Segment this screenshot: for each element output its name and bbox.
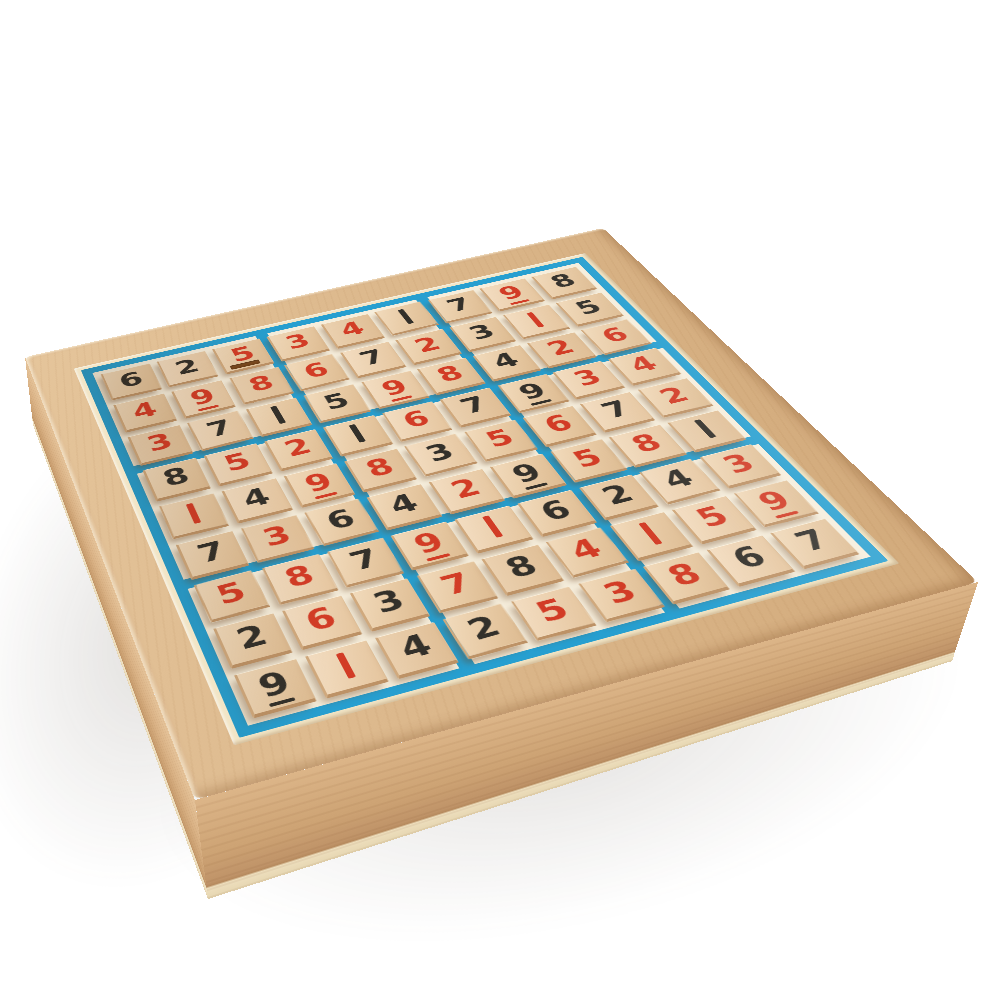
tile-r8c5[interactable]: 8 — [481, 545, 564, 597]
tile-digit: 6 — [116, 369, 146, 391]
tile-digit: 4 — [564, 535, 607, 565]
tile-digit: 1 — [685, 416, 726, 441]
tile-digit: 8 — [546, 271, 580, 290]
tile-digit: 9 — [507, 460, 547, 486]
tile-digit: 3 — [421, 440, 459, 465]
tile-digit: 1 — [340, 421, 376, 445]
tile-digit: 5 — [320, 390, 354, 413]
tile-digit: 5 — [212, 577, 250, 608]
tile-digit: 4 — [488, 350, 524, 372]
tile-digit: 5 — [567, 445, 607, 471]
tile-digit: 7 — [442, 295, 475, 315]
tile-digit: 4 — [394, 630, 437, 664]
tile-digit: 2 — [654, 384, 694, 408]
tile-digit: 2 — [172, 356, 203, 378]
tile-digit: 2 — [280, 435, 315, 460]
tile-digit: 4 — [129, 399, 160, 422]
tile-digit: 6 — [301, 603, 341, 635]
tile-digit: 2 — [597, 481, 639, 508]
tile-digit: 7 — [789, 526, 836, 556]
tile-r8c1[interactable]: 2 — [213, 613, 293, 669]
tile-digit: 4 — [384, 490, 422, 517]
tile-digit: 5 — [220, 450, 254, 475]
tile-digit: 9 — [187, 386, 219, 409]
tile-digit: 9 — [752, 487, 797, 515]
tile-digit: 6 — [539, 412, 578, 436]
tile-digit: 9 — [254, 667, 295, 702]
tile-digit: 3 — [282, 331, 314, 352]
tile-digit: 6 — [535, 497, 576, 525]
tile-digit: 1 — [176, 500, 211, 527]
tile-digit: 9 — [495, 283, 529, 302]
tile-digit: 8 — [500, 552, 543, 582]
tile-digit: 5 — [691, 503, 735, 532]
tile-r9c1[interactable]: 9 — [234, 659, 317, 719]
tile-digit: 6 — [300, 359, 333, 381]
tile-digit: 9 — [409, 528, 449, 557]
tile-digit: 6 — [321, 505, 359, 533]
tile-digit: 3 — [144, 431, 177, 455]
tile-digit: 6 — [596, 324, 633, 345]
tile-digit: 6 — [726, 543, 773, 573]
tile-digit: 8 — [159, 464, 193, 490]
tile-digit: 4 — [336, 319, 368, 339]
tile-digit: 1 — [518, 309, 553, 329]
tile-digit: 1 — [628, 519, 672, 548]
tile-digit: 4 — [624, 353, 662, 375]
tile-digit: 1 — [262, 403, 296, 427]
tile-digit: 7 — [194, 538, 230, 567]
tile-digit: 3 — [569, 367, 607, 390]
tile-digit: 8 — [280, 561, 319, 591]
tile-r5c5[interactable]: 3 — [404, 433, 478, 476]
tile-digit: 5 — [481, 426, 519, 451]
tile-digit: 1 — [325, 649, 367, 683]
tile-digit: 3 — [465, 322, 500, 343]
tile-digit: 8 — [433, 363, 468, 385]
tile-digit: 8 — [245, 372, 277, 394]
tile-r9c2[interactable]: 1 — [305, 640, 389, 698]
tile-r9c5[interactable]: 5 — [511, 587, 597, 642]
tile-r2c8[interactable]: 1 — [503, 304, 571, 339]
tile-digit: 1 — [472, 512, 513, 541]
tile-digit: 2 — [462, 611, 506, 644]
tile-digit: 7 — [345, 545, 384, 575]
tile-digit: 3 — [597, 577, 642, 609]
sudoku-board-top: 6253417984986723153715984268521679341498… — [25, 228, 978, 800]
tile-digit: 9 — [377, 376, 412, 399]
tile-digit: 6 — [398, 407, 434, 431]
tile-digit: 2 — [232, 621, 272, 654]
tile-digit: 8 — [662, 559, 708, 590]
tile-r5c2[interactable]: 4 — [221, 478, 293, 524]
tile-digit: 3 — [368, 586, 409, 618]
tile-r5c9[interactable]: 2 — [638, 378, 714, 418]
tile-digit: 7 — [203, 416, 236, 440]
tile-digit: 3 — [258, 522, 295, 550]
tile-digit: 7 — [456, 394, 493, 418]
tile-digit: 2 — [446, 475, 485, 502]
product-photo-scene: 6253417984986723153715984268521679341498… — [0, 0, 1000, 1000]
tile-digit: 7 — [356, 347, 390, 369]
tile-digit: 4 — [239, 485, 275, 512]
tile-digit: 9 — [300, 470, 336, 496]
tile-digit: 4 — [657, 465, 700, 492]
tile-digit: 8 — [626, 431, 667, 456]
tile-r5c1[interactable]: 1 — [159, 493, 230, 539]
tile-digit: 5 — [571, 297, 606, 317]
tile-digit: 2 — [410, 334, 444, 355]
tile-digit: 5 — [530, 594, 574, 626]
tile-r8c2[interactable]: 6 — [282, 596, 362, 651]
tile-digit: 3 — [717, 450, 760, 476]
tile-digit: 2 — [543, 337, 579, 359]
tile-digit: 7 — [436, 569, 478, 600]
tile-digit: 1 — [389, 306, 422, 326]
tile-digit: 8 — [361, 455, 398, 481]
tile-digit: 7 — [597, 398, 636, 422]
tile-digit: 9 — [514, 380, 551, 403]
